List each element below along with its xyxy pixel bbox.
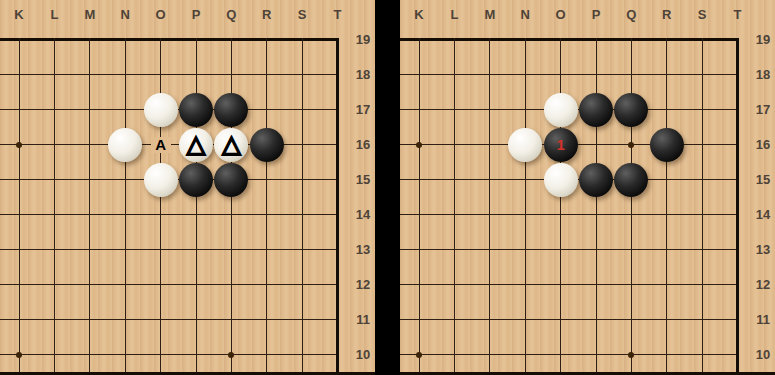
column-label-N: N: [513, 7, 537, 23]
black-stone-Q17: [614, 93, 648, 127]
grid-line-col-N: [525, 38, 526, 372]
column-label-L: L: [42, 7, 66, 23]
grid-line-row-19: [0, 38, 339, 41]
star-point-Q10: [628, 352, 634, 358]
grid-line-col-M: [489, 38, 490, 372]
move-number-1-O16: 1: [556, 137, 564, 152]
star-point-K10: [16, 352, 22, 358]
column-label-S: S: [690, 7, 714, 23]
column-label-S: S: [290, 7, 314, 23]
grid-line-row-10: [0, 354, 339, 355]
row-label-17: 17: [748, 102, 775, 118]
grid-line-col-R: [666, 38, 667, 372]
column-label-Q: Q: [219, 7, 243, 23]
row-label-15: 15: [348, 172, 378, 188]
grid-line-col-S: [702, 38, 703, 372]
black-stone-P15: [579, 163, 613, 197]
grid-line-col-T: [736, 38, 739, 372]
grid-line-col-M: [89, 38, 90, 372]
grid-line-col-R: [266, 38, 267, 372]
star-point-Q16: [628, 142, 634, 148]
row-label-12: 12: [348, 277, 378, 293]
column-label-K: K: [407, 7, 431, 23]
grid-line-col-T: [336, 38, 339, 372]
grid-line-row-12: [0, 284, 339, 285]
black-stone-Q17: [214, 93, 248, 127]
column-label-O: O: [549, 7, 573, 23]
triangle-mark-P16: △: [187, 132, 205, 156]
grid-line-col-P: [196, 38, 197, 372]
white-stone-O17: [144, 93, 178, 127]
white-stone-O15: [144, 163, 178, 197]
column-label-N: N: [113, 7, 137, 23]
white-stone-O15: [544, 163, 578, 197]
grid-line-row-14: [0, 214, 339, 215]
row-label-17: 17: [348, 102, 378, 118]
row-label-18: 18: [748, 67, 775, 83]
grid-line-row-13: [400, 249, 739, 250]
grid-line-row-11: [400, 319, 739, 320]
go-diagrams: KLMNOPQRST19181716151413121110△△A KLMNOP…: [0, 0, 775, 375]
star-point-K16: [416, 142, 422, 148]
grid-line-row-19: [400, 38, 739, 41]
go-board-diagram-left: KLMNOPQRST19181716151413121110△△A: [0, 0, 375, 375]
row-label-13: 13: [348, 242, 378, 258]
white-stone-Q16: △: [214, 128, 248, 162]
grid-line-col-S: [302, 38, 303, 372]
grid-line-row-12: [400, 284, 739, 285]
row-label-16: 16: [748, 137, 775, 153]
row-label-10: 10: [748, 347, 775, 363]
grid-line-col-Q: [631, 38, 632, 372]
column-label-T: T: [326, 7, 350, 23]
row-label-11: 11: [348, 312, 378, 328]
triangle-mark-Q16: △: [222, 132, 240, 156]
grid-line-row-10: [400, 354, 739, 355]
row-label-13: 13: [748, 242, 775, 258]
grid-line-col-K: [19, 38, 20, 372]
row-label-16: 16: [348, 137, 378, 153]
grid-line-col-O: [560, 38, 561, 372]
star-point-K10: [416, 352, 422, 358]
column-label-P: P: [584, 7, 608, 23]
column-label-R: R: [655, 7, 679, 23]
row-label-18: 18: [348, 67, 378, 83]
column-label-P: P: [184, 7, 208, 23]
white-stone-N16: [108, 128, 142, 162]
row-label-19: 19: [348, 32, 378, 48]
black-stone-R16: [250, 128, 284, 162]
grid-line-row-13: [0, 249, 339, 250]
grid-line-col-K: [419, 38, 420, 372]
grid-line-col-L: [454, 38, 455, 372]
column-label-R: R: [255, 7, 279, 23]
grid-line-row-18: [400, 74, 739, 75]
row-label-19: 19: [748, 32, 775, 48]
column-label-K: K: [7, 7, 31, 23]
grid-line-col-N: [125, 38, 126, 372]
column-label-L: L: [442, 7, 466, 23]
black-stone-Q15: [214, 163, 248, 197]
grid-line-col-L: [54, 38, 55, 372]
black-stone-P15: [179, 163, 213, 197]
grid-line-col-P: [596, 38, 597, 372]
grid-line-col-O: [160, 38, 161, 372]
column-label-Q: Q: [619, 7, 643, 23]
column-label-M: M: [78, 7, 102, 23]
white-stone-P16: △: [179, 128, 213, 162]
black-stone-Q15: [614, 163, 648, 197]
star-point-Q10: [228, 352, 234, 358]
go-board-diagram-right: KLMNOPQRST191817161514131211101: [400, 0, 775, 375]
column-label-T: T: [726, 7, 750, 23]
grid-line-row-14: [400, 214, 739, 215]
grid-line-row-18: [0, 74, 339, 75]
grid-line-col-Q: [231, 38, 232, 372]
star-point-K16: [16, 142, 22, 148]
black-stone-P17: [579, 93, 613, 127]
row-label-12: 12: [748, 277, 775, 293]
row-label-11: 11: [748, 312, 775, 328]
row-label-10: 10: [348, 347, 378, 363]
row-label-14: 14: [748, 207, 775, 223]
black-stone-P17: [179, 93, 213, 127]
row-label-14: 14: [348, 207, 378, 223]
black-stone-R16: [650, 128, 684, 162]
column-label-O: O: [149, 7, 173, 23]
black-stone-O16: 1: [544, 128, 578, 162]
white-stone-O17: [544, 93, 578, 127]
column-label-M: M: [478, 7, 502, 23]
white-stone-N16: [508, 128, 542, 162]
row-label-15: 15: [748, 172, 775, 188]
point-label-A-O16: A: [151, 137, 171, 153]
grid-line-row-11: [0, 319, 339, 320]
